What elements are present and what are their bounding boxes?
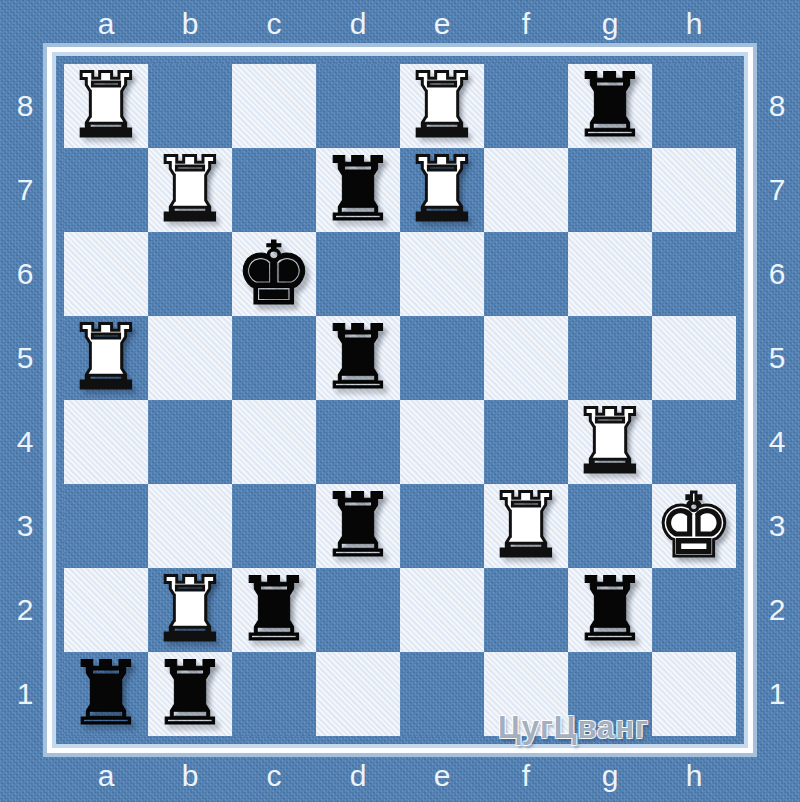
square-f6[interactable] bbox=[484, 232, 568, 316]
square-h1[interactable] bbox=[652, 652, 736, 736]
piece-black-rook: ♜ bbox=[151, 653, 230, 735]
square-g5[interactable] bbox=[568, 316, 652, 400]
piece-white-rook: ♜ bbox=[151, 569, 230, 651]
piece-black-rook: ♜ bbox=[67, 653, 146, 735]
rank-labels-right: 87654321 bbox=[752, 64, 800, 736]
board-frame-outer: ♜♜♜♜♜♜♚♜♜♜♜♜♚♜♜♜♜♜ bbox=[43, 43, 757, 757]
square-b3[interactable] bbox=[148, 484, 232, 568]
square-c4[interactable] bbox=[232, 400, 316, 484]
square-e4[interactable] bbox=[400, 400, 484, 484]
file-label-c: c bbox=[232, 758, 316, 794]
square-g2[interactable]: ♜ bbox=[568, 568, 652, 652]
square-d4[interactable] bbox=[316, 400, 400, 484]
file-label-h: h bbox=[652, 6, 736, 42]
square-h7[interactable] bbox=[652, 148, 736, 232]
square-a7[interactable] bbox=[64, 148, 148, 232]
square-a2[interactable] bbox=[64, 568, 148, 652]
square-b6[interactable] bbox=[148, 232, 232, 316]
square-h6[interactable] bbox=[652, 232, 736, 316]
square-c1[interactable] bbox=[232, 652, 316, 736]
square-d7[interactable]: ♜ bbox=[316, 148, 400, 232]
square-b4[interactable] bbox=[148, 400, 232, 484]
square-c3[interactable] bbox=[232, 484, 316, 568]
square-h4[interactable] bbox=[652, 400, 736, 484]
square-g7[interactable] bbox=[568, 148, 652, 232]
square-h3[interactable]: ♚ bbox=[652, 484, 736, 568]
square-g3[interactable] bbox=[568, 484, 652, 568]
square-f4[interactable] bbox=[484, 400, 568, 484]
piece-white-rook: ♜ bbox=[67, 317, 146, 399]
square-b8[interactable] bbox=[148, 64, 232, 148]
file-label-e: e bbox=[400, 6, 484, 42]
square-c7[interactable] bbox=[232, 148, 316, 232]
square-g6[interactable] bbox=[568, 232, 652, 316]
square-g4[interactable]: ♜ bbox=[568, 400, 652, 484]
file-label-a: a bbox=[64, 758, 148, 794]
square-a3[interactable] bbox=[64, 484, 148, 568]
square-b5[interactable] bbox=[148, 316, 232, 400]
square-c5[interactable] bbox=[232, 316, 316, 400]
square-e6[interactable] bbox=[400, 232, 484, 316]
piece-black-rook: ♜ bbox=[319, 149, 398, 231]
chess-board: ♜♜♜♜♜♜♚♜♜♜♜♜♚♜♜♜♜♜ bbox=[64, 64, 736, 736]
piece-white-rook: ♜ bbox=[487, 485, 566, 567]
file-label-f: f bbox=[484, 758, 568, 794]
rank-label-6: 6 bbox=[752, 232, 800, 316]
square-b7[interactable]: ♜ bbox=[148, 148, 232, 232]
piece-black-rook: ♜ bbox=[571, 65, 650, 147]
square-f8[interactable] bbox=[484, 64, 568, 148]
square-d6[interactable] bbox=[316, 232, 400, 316]
square-c8[interactable] bbox=[232, 64, 316, 148]
file-label-b: b bbox=[148, 6, 232, 42]
piece-black-rook: ♜ bbox=[319, 485, 398, 567]
piece-white-rook: ♜ bbox=[571, 401, 650, 483]
piece-black-rook: ♜ bbox=[571, 569, 650, 651]
file-label-c: c bbox=[232, 6, 316, 42]
board-frame-inner: ♜♜♜♜♜♜♚♜♜♜♜♜♚♜♜♜♜♜ bbox=[52, 52, 748, 748]
square-d3[interactable]: ♜ bbox=[316, 484, 400, 568]
square-e1[interactable] bbox=[400, 652, 484, 736]
square-e3[interactable] bbox=[400, 484, 484, 568]
square-a5[interactable]: ♜ bbox=[64, 316, 148, 400]
square-f5[interactable] bbox=[484, 316, 568, 400]
file-label-a: a bbox=[64, 6, 148, 42]
file-label-b: b bbox=[148, 758, 232, 794]
square-b1[interactable]: ♜ bbox=[148, 652, 232, 736]
file-label-e: e bbox=[400, 758, 484, 794]
square-d8[interactable] bbox=[316, 64, 400, 148]
square-d2[interactable] bbox=[316, 568, 400, 652]
file-label-g: g bbox=[568, 758, 652, 794]
square-a4[interactable] bbox=[64, 400, 148, 484]
piece-white-rook: ♜ bbox=[67, 65, 146, 147]
piece-black-rook: ♜ bbox=[235, 569, 314, 651]
piece-black-king: ♚ bbox=[235, 233, 314, 315]
rank-label-2: 2 bbox=[752, 568, 800, 652]
square-h5[interactable] bbox=[652, 316, 736, 400]
piece-white-rook: ♜ bbox=[403, 65, 482, 147]
square-e5[interactable] bbox=[400, 316, 484, 400]
file-label-d: d bbox=[316, 6, 400, 42]
square-c2[interactable]: ♜ bbox=[232, 568, 316, 652]
square-e8[interactable]: ♜ bbox=[400, 64, 484, 148]
square-d1[interactable] bbox=[316, 652, 400, 736]
rank-label-7: 7 bbox=[752, 148, 800, 232]
square-a8[interactable]: ♜ bbox=[64, 64, 148, 148]
file-label-g: g bbox=[568, 6, 652, 42]
rank-label-1: 1 bbox=[752, 652, 800, 736]
rank-label-8: 8 bbox=[752, 64, 800, 148]
square-c6[interactable]: ♚ bbox=[232, 232, 316, 316]
square-h8[interactable] bbox=[652, 64, 736, 148]
chess-diagram: abcdefgh abcdefgh 87654321 87654321 ♜♜♜♜… bbox=[0, 0, 800, 802]
file-label-h: h bbox=[652, 758, 736, 794]
rank-label-4: 4 bbox=[752, 400, 800, 484]
square-b2[interactable]: ♜ bbox=[148, 568, 232, 652]
file-labels-bottom: abcdefgh bbox=[64, 758, 736, 794]
watermark: ЦугЦванг bbox=[498, 710, 649, 746]
piece-white-rook: ♜ bbox=[403, 149, 482, 231]
file-label-d: d bbox=[316, 758, 400, 794]
square-g8[interactable]: ♜ bbox=[568, 64, 652, 148]
square-f2[interactable] bbox=[484, 568, 568, 652]
square-d5[interactable]: ♜ bbox=[316, 316, 400, 400]
square-h2[interactable] bbox=[652, 568, 736, 652]
piece-black-rook: ♜ bbox=[319, 317, 398, 399]
file-labels-top: abcdefgh bbox=[64, 6, 736, 42]
piece-white-rook: ♜ bbox=[151, 149, 230, 231]
file-label-f: f bbox=[484, 6, 568, 42]
square-f7[interactable] bbox=[484, 148, 568, 232]
square-e7[interactable]: ♜ bbox=[400, 148, 484, 232]
rank-label-3: 3 bbox=[752, 484, 800, 568]
square-e2[interactable] bbox=[400, 568, 484, 652]
square-f3[interactable]: ♜ bbox=[484, 484, 568, 568]
board-margin: ♜♜♜♜♜♜♚♜♜♜♜♜♚♜♜♜♜♜ bbox=[56, 56, 744, 744]
piece-white-king: ♚ bbox=[655, 485, 734, 567]
board-frame-highlight: ♜♜♜♜♜♜♚♜♜♜♜♜♚♜♜♜♜♜ bbox=[47, 47, 753, 753]
square-a1[interactable]: ♜ bbox=[64, 652, 148, 736]
square-a6[interactable] bbox=[64, 232, 148, 316]
rank-label-5: 5 bbox=[752, 316, 800, 400]
